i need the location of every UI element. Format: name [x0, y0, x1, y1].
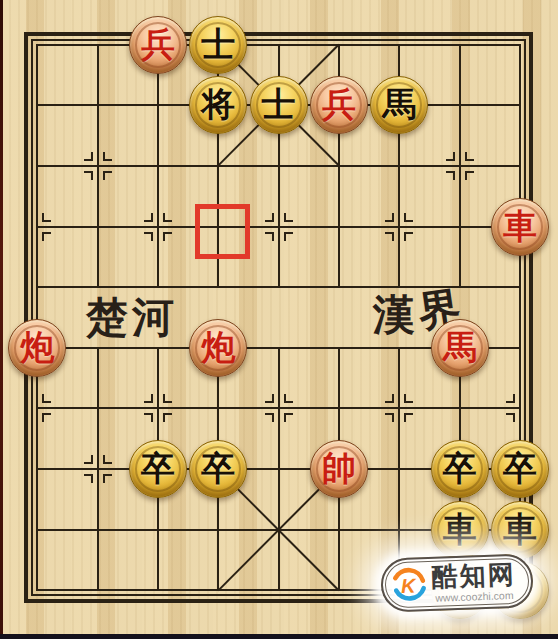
point-marker: [265, 232, 274, 241]
point-marker: [42, 232, 51, 241]
screenshot-root: 兵士将士兵馬車炮炮馬卒卒帥卒卒車車 楚 河 漢 界 K 酷知网 www.cooz…: [0, 0, 558, 639]
point-marker: [84, 474, 93, 483]
point-marker: [42, 413, 51, 422]
svg-text:K: K: [401, 574, 418, 597]
point-marker: [103, 152, 112, 161]
point-marker: [144, 413, 153, 422]
point-marker: [42, 394, 51, 403]
piece-character: 車: [503, 210, 537, 244]
piece-character: 馬: [382, 88, 416, 122]
piece-black-soldier[interactable]: 卒: [431, 440, 489, 498]
point-marker: [446, 171, 455, 180]
point-marker: [506, 413, 515, 422]
point-marker: [265, 413, 274, 422]
piece-character: 車: [503, 513, 537, 547]
piece-red-cannon[interactable]: 炮: [8, 319, 66, 377]
point-marker: [385, 394, 394, 403]
point-marker: [404, 213, 413, 222]
point-marker: [265, 213, 274, 222]
point-marker: [284, 232, 293, 241]
point-marker: [385, 213, 394, 222]
piece-character: 馬: [443, 331, 477, 365]
point-marker: [385, 413, 394, 422]
watermark-text: 酷知网 www.coozhi.com: [431, 562, 516, 603]
point-marker: [163, 394, 172, 403]
point-marker: [284, 213, 293, 222]
point-marker: [103, 171, 112, 180]
piece-red-general[interactable]: 帥: [310, 440, 368, 498]
piece-character: 炮: [20, 331, 54, 365]
piece-black-chariot[interactable]: 車: [431, 501, 489, 559]
point-marker: [284, 413, 293, 422]
point-marker: [103, 455, 112, 464]
board-grid: [278, 347, 280, 591]
point-marker: [84, 152, 93, 161]
piece-red-horse[interactable]: 馬: [431, 319, 489, 377]
piece-black-soldier[interactable]: 卒: [491, 440, 549, 498]
point-marker: [84, 171, 93, 180]
point-marker: [163, 213, 172, 222]
point-marker: [284, 394, 293, 403]
point-marker: [265, 394, 274, 403]
point-marker: [144, 394, 153, 403]
board-grid: [398, 347, 400, 591]
point-marker: [144, 232, 153, 241]
piece-character: 炮: [201, 331, 235, 365]
board-grid: [97, 44, 99, 288]
point-marker: [506, 394, 515, 403]
point-marker: [385, 232, 394, 241]
piece-character: 兵: [141, 28, 175, 62]
piece-black-soldier[interactable]: 卒: [189, 440, 247, 498]
piece-character: 卒: [443, 452, 477, 486]
coozhi-logo-icon: K: [389, 566, 427, 604]
point-marker: [465, 171, 474, 180]
point-marker: [446, 152, 455, 161]
piece-character: 兵: [322, 88, 356, 122]
piece-character: 士: [201, 28, 235, 62]
watermark-url: www.coozhi.com: [435, 590, 514, 603]
coozhi-watermark: K 酷知网 www.coozhi.com: [380, 553, 534, 612]
river-char: 楚: [84, 297, 130, 339]
board-grid: [157, 44, 159, 288]
piece-character: 帥: [322, 452, 356, 486]
piece-red-chariot[interactable]: 車: [491, 198, 549, 256]
point-marker: [163, 413, 172, 422]
photo-bottom-edge: [0, 634, 558, 639]
piece-character: 車: [443, 513, 477, 547]
piece-red-soldier[interactable]: 兵: [129, 16, 187, 74]
last-move-highlight: [195, 204, 250, 259]
piece-character: 卒: [201, 452, 235, 486]
point-marker: [404, 413, 413, 422]
point-marker: [144, 213, 153, 222]
river-label-chu-he: 楚 河: [84, 297, 176, 339]
point-marker: [404, 394, 413, 403]
piece-character: 士: [262, 88, 296, 122]
river-char: 漢: [371, 294, 417, 336]
piece-red-soldier[interactable]: 兵: [310, 76, 368, 134]
point-marker: [84, 455, 93, 464]
piece-black-soldier[interactable]: 卒: [129, 440, 187, 498]
point-marker: [465, 152, 474, 161]
board-grid: [459, 44, 461, 288]
piece-black-chariot[interactable]: 車: [491, 501, 549, 559]
piece-black-advisor[interactable]: 士: [189, 16, 247, 74]
piece-character: 将: [201, 88, 235, 122]
point-marker: [163, 232, 172, 241]
point-marker: [404, 232, 413, 241]
point-marker: [103, 474, 112, 483]
photo-left-edge: [0, 0, 3, 639]
piece-red-cannon[interactable]: 炮: [189, 319, 247, 377]
piece-black-advisor[interactable]: 士: [250, 76, 308, 134]
river-char: 河: [130, 297, 176, 339]
board-grid: [97, 347, 99, 591]
board-grid: [36, 44, 38, 591]
piece-character: 卒: [141, 452, 175, 486]
point-marker: [42, 213, 51, 222]
watermark-site-name: 酷知网: [431, 562, 516, 591]
piece-character: 卒: [503, 452, 537, 486]
